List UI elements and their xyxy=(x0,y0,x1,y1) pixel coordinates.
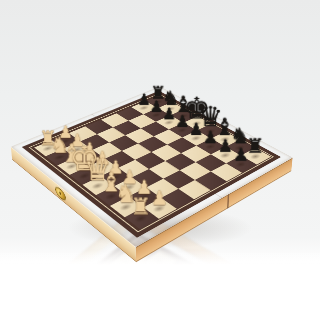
clasp-pin xyxy=(59,191,61,195)
black-pawn-icon: ♟ xyxy=(218,147,263,164)
product-photo-stage: ♜♞♝♛♚♝♞♜♟♟♟♟♟♟♟♟♟♟♟♟♟♟♟♟♜♞♝♛♚♝♞♜ ♜♞♝♛♚♝♞… xyxy=(0,0,320,320)
chess-set-scene: ♜♞♝♛♚♝♞♜♟♟♟♟♟♟♟♟♟♟♟♟♟♟♟♟♜♞♝♛♚♝♞♜ xyxy=(0,0,320,320)
white-rook-icon: ♜ xyxy=(115,195,166,218)
folding-chess-box: ♜♞♝♛♚♝♞♜♟♟♟♟♟♟♟♟♟♟♟♟♟♟♟♟♜♞♝♛♚♝♞♜ xyxy=(11,86,293,247)
box-fold-seam xyxy=(227,194,229,209)
